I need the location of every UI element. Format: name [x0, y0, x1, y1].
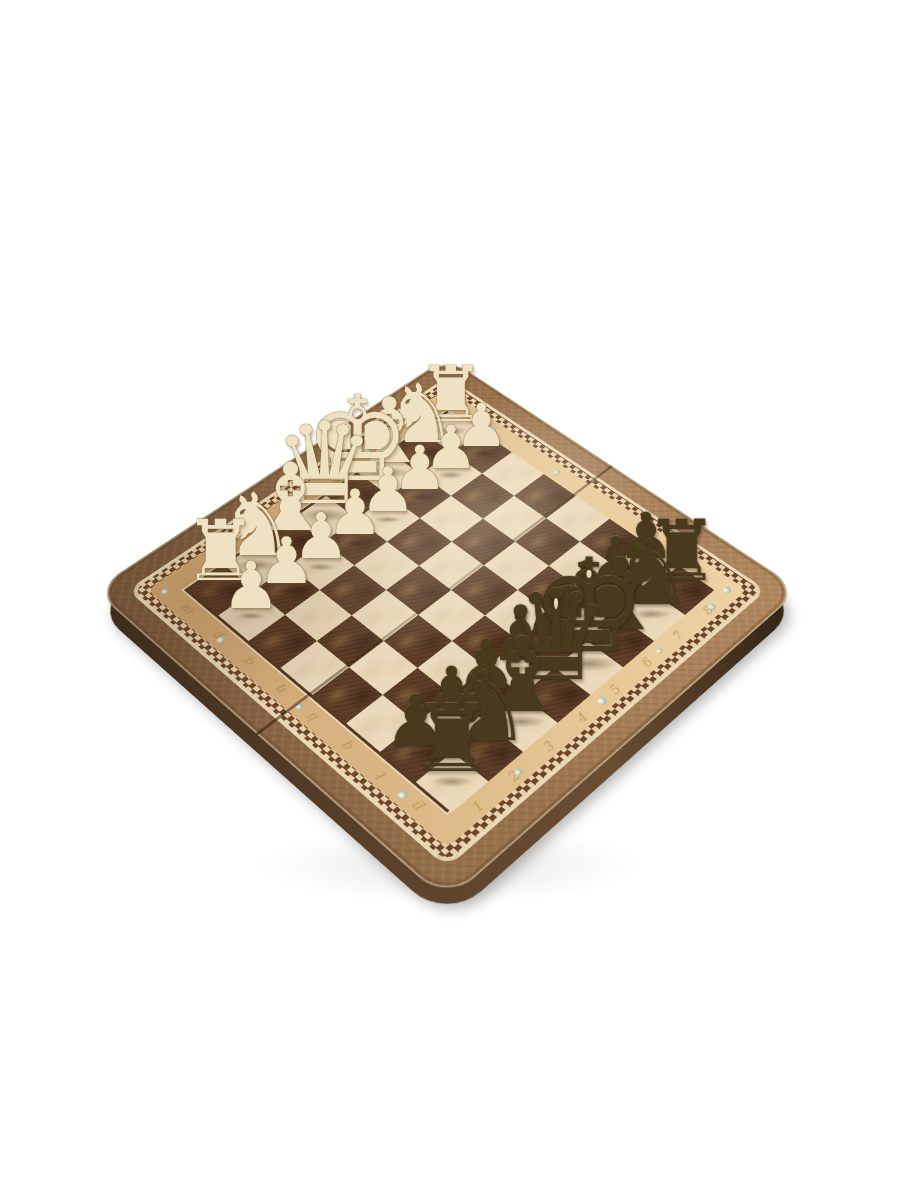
inlay-mark: 3 [534, 736, 562, 759]
inlay-mark: բ [204, 626, 230, 646]
black-rook-glyph: ♜ [410, 693, 493, 786]
square-b4[interactable] [316, 615, 384, 667]
inlay-mark: դ [266, 679, 293, 700]
queen-spike-finial [323, 419, 325, 437]
mother-of-pearl-dot [397, 790, 410, 801]
inlay-mark: 1 [463, 795, 491, 819]
inlay-mark: 8 [694, 601, 720, 621]
mother-of-pearl-dot [721, 586, 732, 595]
mother-of-pearl-dot [295, 703, 304, 710]
mother-of-pearl-dot [215, 635, 227, 644]
mother-of-pearl-dot [160, 588, 170, 595]
inlay-mark: է [367, 765, 395, 788]
inlay-mark: գ [235, 652, 261, 673]
inlay-mark: 2 [499, 765, 527, 788]
mother-of-pearl-dot [553, 469, 561, 475]
mother-of-pearl-dot [706, 602, 717, 611]
inlay-mark: ը [403, 795, 431, 819]
inlay-mark: ա [174, 601, 200, 621]
inlay-mark: զ [332, 736, 360, 759]
square-c4[interactable] [351, 590, 418, 641]
inlay-mark: 4 [568, 707, 595, 729]
inlay-mark: 7 [664, 626, 690, 646]
bone-finial [554, 598, 558, 609]
product-photo-scene: աբգդեզէը12345678 ♜♞♝♛♚♝♞♜♟♟♟♟♟♟♟♟♟♟♟♟♟♟♟… [0, 0, 900, 1200]
inlay-mark: ե [299, 707, 326, 729]
square-a4[interactable] [280, 641, 349, 695]
square-a5[interactable] [312, 668, 382, 723]
mother-of-pearl-dot [512, 768, 523, 777]
white-pawn-glyph: ♟ [222, 553, 280, 618]
